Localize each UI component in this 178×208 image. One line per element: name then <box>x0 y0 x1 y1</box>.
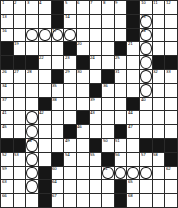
cell-r6c2[interactable]: 27 <box>14 70 27 84</box>
cell-r14c12[interactable] <box>140 180 153 194</box>
clue-number: 61 <box>103 167 108 171</box>
cell-r2c12[interactable]: 15 <box>140 15 153 29</box>
clue-number: 28 <box>27 70 32 74</box>
cell-r15c13[interactable] <box>153 194 166 208</box>
cell-r2c3[interactable] <box>26 15 39 29</box>
black-square-r5c1 <box>1 56 14 70</box>
cell-r4c3[interactable] <box>26 42 39 56</box>
clue-number: 15 <box>141 15 146 19</box>
clue-number: 55 <box>90 153 95 157</box>
clue-number: 3 <box>27 1 29 5</box>
black-square-r11c13 <box>153 139 166 153</box>
clue-number: 13 <box>2 15 7 19</box>
cell-r7c12[interactable] <box>140 84 153 98</box>
clue-number: 67 <box>52 194 57 198</box>
clue-number: 45 <box>2 125 7 129</box>
cell-r2c7[interactable] <box>77 15 90 29</box>
clue-number: 33 <box>166 70 171 74</box>
cell-r9c1[interactable]: 41 <box>1 111 14 125</box>
clue-number: 57 <box>141 153 146 157</box>
cell-r7c9[interactable]: 36 <box>102 84 115 98</box>
cell-r14c14[interactable] <box>165 180 178 194</box>
black-square-r4c1 <box>1 42 14 56</box>
cell-r15c3[interactable] <box>26 194 39 208</box>
cell-r7c6[interactable] <box>64 84 77 98</box>
cell-r12c4[interactable] <box>39 153 52 167</box>
clue-number: 5 <box>65 1 67 5</box>
cell-r5c11[interactable] <box>127 56 140 70</box>
black-square-r2c5 <box>52 15 65 29</box>
black-square-r1c5 <box>52 1 65 15</box>
cell-r10c4[interactable] <box>39 125 52 139</box>
cell-r1c3[interactable]: 3 <box>26 1 39 15</box>
crossword-grid: 1234567891011121314151617181920212223242… <box>0 0 178 208</box>
black-square-r11c12 <box>140 139 153 153</box>
cell-r8c1[interactable]: 37 <box>1 98 14 112</box>
cell-r9c4[interactable]: 42 <box>39 111 52 125</box>
black-square-r10c10 <box>115 125 128 139</box>
clue-number: 32 <box>153 70 158 74</box>
cell-r10c8[interactable] <box>90 125 103 139</box>
cell-r13c11[interactable] <box>127 167 140 181</box>
clue-number: 2 <box>14 1 16 5</box>
cell-r6c10[interactable]: 31 <box>115 70 128 84</box>
cell-r7c13[interactable] <box>153 84 166 98</box>
cell-r1c6[interactable]: 5 <box>64 1 77 15</box>
cell-r10c13[interactable] <box>153 125 166 139</box>
cell-r6c7[interactable]: 30 <box>77 70 90 84</box>
cell-r13c5[interactable]: 60 <box>52 167 65 181</box>
clue-number: 18 <box>141 29 146 33</box>
circled-letter-ring <box>26 125 38 138</box>
clue-number: 31 <box>115 70 120 74</box>
cell-r1c7[interactable]: 6 <box>77 1 90 15</box>
black-square-r12c5 <box>52 153 65 167</box>
clue-number: 22 <box>39 56 44 60</box>
cell-r13c9[interactable]: 61 <box>102 167 115 181</box>
clue-number: 66 <box>2 194 7 198</box>
clue-number: 53 <box>14 153 19 157</box>
circled-letter-ring <box>115 167 127 180</box>
circled-letter-ring <box>140 70 152 83</box>
clue-number: 12 <box>166 1 171 5</box>
black-square-r14c10 <box>115 180 128 194</box>
cell-r7c11[interactable] <box>127 84 140 98</box>
clue-number: 63 <box>2 180 7 184</box>
cell-r6c8[interactable] <box>90 70 103 84</box>
circled-letter-ring <box>26 111 38 124</box>
black-square-r7c8 <box>90 84 103 98</box>
black-square-r2c11 <box>127 15 140 29</box>
cell-r12c1[interactable]: 52 <box>1 153 14 167</box>
black-square-r8c4 <box>39 98 52 112</box>
cell-r1c13[interactable]: 11 <box>153 1 166 15</box>
cell-r8c9[interactable] <box>102 98 115 112</box>
cell-r4c8[interactable] <box>90 42 103 56</box>
cell-r13c3[interactable] <box>26 167 39 181</box>
cell-r8c8[interactable]: 39 <box>90 98 103 112</box>
cell-r13c10[interactable] <box>115 167 128 181</box>
cell-r4c14[interactable] <box>165 42 178 56</box>
clue-number: 44 <box>128 111 133 115</box>
cell-r4c13[interactable] <box>153 42 166 56</box>
cell-r4c12[interactable] <box>140 42 153 56</box>
cell-r11c6[interactable]: 49 <box>64 139 77 153</box>
black-square-r5c3 <box>26 56 39 70</box>
black-square-r15c4 <box>39 194 52 208</box>
cell-r2c14[interactable] <box>165 15 178 29</box>
clue-number: 36 <box>103 84 108 88</box>
cell-r10c9[interactable] <box>102 125 115 139</box>
cell-r12c3[interactable] <box>26 153 39 167</box>
cell-r3c9[interactable] <box>102 29 115 43</box>
cell-r15c12[interactable] <box>140 194 153 208</box>
cell-r11c11[interactable] <box>127 139 140 153</box>
cell-r15c5[interactable]: 67 <box>52 194 65 208</box>
cell-r10c3[interactable] <box>26 125 39 139</box>
cell-r13c6[interactable] <box>64 167 77 181</box>
cell-r8c2[interactable] <box>14 98 27 112</box>
black-square-r14c4 <box>39 180 52 194</box>
clue-number: 42 <box>39 111 44 115</box>
cell-r5c6[interactable]: 23 <box>64 56 77 70</box>
circled-letter-ring <box>64 29 76 42</box>
cell-r3c2[interactable] <box>14 29 27 43</box>
cell-r15c11[interactable]: 68 <box>127 194 140 208</box>
clue-number: 39 <box>90 98 95 102</box>
cell-r4c2[interactable]: 19 <box>14 42 27 56</box>
clue-number: 51 <box>115 139 120 143</box>
clue-number: 4 <box>39 1 41 5</box>
circled-letter-ring <box>140 167 152 180</box>
cell-r7c4[interactable] <box>39 84 52 98</box>
cell-r9c5[interactable] <box>52 111 65 125</box>
cell-r13c12[interactable] <box>140 167 153 181</box>
cell-r9c3[interactable] <box>26 111 39 125</box>
cell-r9c2[interactable] <box>14 111 27 125</box>
cell-r3c13[interactable] <box>153 29 166 43</box>
cell-r5c12[interactable] <box>140 56 153 70</box>
cell-r7c5[interactable]: 35 <box>52 84 65 98</box>
clue-number: 52 <box>2 153 7 157</box>
clue-number: 17 <box>52 29 57 33</box>
cell-r5c10[interactable]: 25 <box>115 56 128 70</box>
cell-r12c13[interactable]: 58 <box>153 153 166 167</box>
cell-r15c1[interactable]: 66 <box>1 194 14 208</box>
cell-r7c3[interactable] <box>26 84 39 98</box>
cell-r14c5[interactable]: 64 <box>52 180 65 194</box>
circled-letter-ring <box>140 84 152 97</box>
clue-number: 25 <box>115 56 120 60</box>
clue-number: 37 <box>2 98 7 102</box>
cell-r5c4[interactable]: 22 <box>39 56 52 70</box>
cell-r6c13[interactable]: 32 <box>153 70 166 84</box>
cell-r3c5[interactable]: 17 <box>52 29 65 43</box>
cell-r2c2[interactable] <box>14 15 27 29</box>
cell-r5c9[interactable] <box>102 56 115 70</box>
cell-r1c1[interactable]: 1 <box>1 1 14 15</box>
cell-r7c10[interactable] <box>115 84 128 98</box>
cell-r2c8[interactable] <box>90 15 103 29</box>
cell-r9c14[interactable] <box>165 111 178 125</box>
cell-r3c1[interactable]: 16 <box>1 29 14 43</box>
cell-r4c4[interactable] <box>39 42 52 56</box>
black-square-r5c13 <box>153 56 166 70</box>
cell-r11c4[interactable] <box>39 139 52 153</box>
circled-letter-ring <box>26 167 38 180</box>
cell-r14c6[interactable] <box>64 180 77 194</box>
cell-r12c6[interactable]: 54 <box>64 153 77 167</box>
cell-r1c14[interactable]: 12 <box>165 1 178 15</box>
cell-r10c12[interactable] <box>140 125 153 139</box>
clue-number: 20 <box>77 42 82 46</box>
cell-r10c7[interactable]: 46 <box>77 125 90 139</box>
cell-r3c3[interactable] <box>26 29 39 43</box>
black-square-r4c6 <box>64 42 77 56</box>
cell-r4c11[interactable]: 21 <box>127 42 140 56</box>
black-square-r12c14 <box>165 153 178 167</box>
cell-r10c1[interactable]: 45 <box>1 125 14 139</box>
cell-r1c4[interactable]: 4 <box>39 1 52 15</box>
black-square-r3c11 <box>127 29 140 43</box>
clue-number: 40 <box>141 98 146 102</box>
circled-letter-ring <box>26 180 38 193</box>
cell-r6c4[interactable] <box>39 70 52 84</box>
cell-r13c13[interactable] <box>153 167 166 181</box>
cell-r11c3[interactable]: 48 <box>26 139 39 153</box>
black-square-r13c4 <box>39 167 52 181</box>
cell-r13c14[interactable]: 62 <box>165 167 178 181</box>
cell-r7c1[interactable]: 34 <box>1 84 14 98</box>
black-square-r10c6 <box>64 125 77 139</box>
clue-number: 19 <box>14 42 19 46</box>
cell-r15c7[interactable] <box>77 194 90 208</box>
cell-r11c7[interactable] <box>77 139 90 153</box>
cell-r10c11[interactable]: 47 <box>127 125 140 139</box>
cell-r12c12[interactable]: 57 <box>140 153 153 167</box>
cell-r5c5[interactable] <box>52 56 65 70</box>
clue-number: 46 <box>77 125 82 129</box>
cell-r8c5[interactable]: 38 <box>52 98 65 112</box>
clue-number: 60 <box>52 167 57 171</box>
clue-number: 21 <box>128 42 133 46</box>
cell-r6c6[interactable]: 29 <box>64 70 77 84</box>
cell-r14c7[interactable] <box>77 180 90 194</box>
cell-r2c1[interactable]: 13 <box>1 15 14 29</box>
cell-r4c9[interactable] <box>102 42 115 56</box>
cell-r2c4[interactable] <box>39 15 52 29</box>
cell-r6c12[interactable] <box>140 70 153 84</box>
cell-r2c9[interactable] <box>102 15 115 29</box>
cell-r15c9[interactable] <box>102 194 115 208</box>
clue-number: 41 <box>2 111 7 115</box>
clue-number: 47 <box>128 125 133 129</box>
cell-r12c7[interactable] <box>77 153 90 167</box>
cell-r3c7[interactable] <box>77 29 90 43</box>
cell-r4c7[interactable]: 20 <box>77 42 90 56</box>
cell-r8c3[interactable] <box>26 98 39 112</box>
circled-letter-ring <box>127 167 139 180</box>
cell-r6c11[interactable] <box>127 70 140 84</box>
cell-r10c2[interactable] <box>14 125 27 139</box>
cell-r11c10[interactable]: 51 <box>115 139 128 153</box>
clue-number: 59 <box>2 167 7 171</box>
cell-r13c1[interactable]: 59 <box>1 167 14 181</box>
cell-r10c5[interactable] <box>52 125 65 139</box>
cell-r11c9[interactable]: 50 <box>102 139 115 153</box>
cell-r1c10[interactable]: 9 <box>115 1 128 15</box>
clue-number: 48 <box>27 139 32 143</box>
clue-number: 26 <box>2 70 7 74</box>
cell-r6c1[interactable]: 26 <box>1 70 14 84</box>
clue-number: 35 <box>52 84 57 88</box>
cell-r13c2[interactable] <box>14 167 27 181</box>
cell-r7c14[interactable] <box>165 84 178 98</box>
black-square-r9c7 <box>77 111 90 125</box>
cell-r14c1[interactable]: 63 <box>1 180 14 194</box>
clue-number: 54 <box>65 153 70 157</box>
cell-r2c6[interactable]: 14 <box>64 15 77 29</box>
clue-number: 8 <box>103 1 105 5</box>
cell-r2c10[interactable] <box>115 15 128 29</box>
cell-r3c12[interactable]: 18 <box>140 29 153 43</box>
circled-letter-ring <box>140 42 152 55</box>
cell-r5c8[interactable]: 24 <box>90 56 103 70</box>
cell-r9c12[interactable] <box>140 111 153 125</box>
clue-number: 11 <box>153 1 158 5</box>
clue-number: 30 <box>77 70 82 74</box>
cell-r8c14[interactable] <box>165 98 178 112</box>
clue-number: 49 <box>65 139 70 143</box>
clue-number: 23 <box>65 56 70 60</box>
cell-r10c14[interactable] <box>165 125 178 139</box>
clue-number: 24 <box>90 56 95 60</box>
clue-number: 43 <box>90 111 95 115</box>
circled-letter-ring <box>26 153 38 166</box>
clue-number: 50 <box>103 139 108 143</box>
black-square-r15c10 <box>115 194 128 208</box>
cell-r8c10[interactable] <box>115 98 128 112</box>
cell-r9c13[interactable] <box>153 111 166 125</box>
black-square-r11c14 <box>165 139 178 153</box>
black-square-r11c1 <box>1 139 14 153</box>
clue-number: 14 <box>65 15 70 19</box>
clue-number: 58 <box>153 153 158 157</box>
cell-r9c9[interactable] <box>102 111 115 125</box>
clue-number: 9 <box>115 1 117 5</box>
cell-r6c14[interactable]: 33 <box>165 70 178 84</box>
cell-r15c14[interactable] <box>165 194 178 208</box>
cell-r15c2[interactable] <box>14 194 27 208</box>
black-square-r6c9 <box>102 70 115 84</box>
cell-r14c2[interactable] <box>14 180 27 194</box>
circled-letter-ring <box>39 29 51 42</box>
clue-number: 68 <box>128 194 133 198</box>
clue-number: 65 <box>128 180 133 184</box>
cell-r9c11[interactable]: 44 <box>127 111 140 125</box>
cell-r14c13[interactable] <box>153 180 166 194</box>
black-square-r6c5 <box>52 70 65 84</box>
clue-number: 10 <box>141 1 146 5</box>
cell-r2c13[interactable] <box>153 15 166 29</box>
clue-number: 38 <box>52 98 57 102</box>
cell-r3c4[interactable] <box>39 29 52 43</box>
black-square-r1c11 <box>127 1 140 15</box>
cell-r14c11[interactable]: 65 <box>127 180 140 194</box>
cell-r9c10[interactable] <box>115 111 128 125</box>
cell-r1c12[interactable]: 10 <box>140 1 153 15</box>
cell-r1c9[interactable]: 8 <box>102 1 115 15</box>
cell-r1c2[interactable]: 2 <box>14 1 27 15</box>
black-square-r11c2 <box>14 139 27 153</box>
cell-r3c14[interactable] <box>165 29 178 43</box>
cell-r15c8[interactable] <box>90 194 103 208</box>
clue-number: 1 <box>2 1 4 5</box>
cell-r4c5[interactable] <box>52 42 65 56</box>
cell-r7c2[interactable] <box>14 84 27 98</box>
cell-r8c6[interactable] <box>64 98 77 112</box>
black-square-r12c9 <box>102 153 115 167</box>
black-square-r4c10 <box>115 42 128 56</box>
cell-r12c2[interactable]: 53 <box>14 153 27 167</box>
clue-number: 62 <box>166 167 171 171</box>
cell-r12c8[interactable]: 55 <box>90 153 103 167</box>
cell-r9c6[interactable] <box>64 111 77 125</box>
clue-number: 7 <box>90 1 92 5</box>
cell-r8c7[interactable] <box>77 98 90 112</box>
cell-r8c13[interactable] <box>153 98 166 112</box>
clue-number: 34 <box>2 84 7 88</box>
cell-r8c12[interactable]: 40 <box>140 98 153 112</box>
clue-number: 29 <box>65 70 70 74</box>
cell-r9c8[interactable]: 43 <box>90 111 103 125</box>
cell-r15c6[interactable] <box>64 194 77 208</box>
cell-r3c8[interactable] <box>90 29 103 43</box>
cell-r14c8[interactable] <box>90 180 103 194</box>
cell-r13c8[interactable] <box>90 167 103 181</box>
clue-number: 6 <box>77 1 79 5</box>
cell-r14c9[interactable] <box>102 180 115 194</box>
cell-r6c3[interactable]: 28 <box>26 70 39 84</box>
black-square-r5c7 <box>77 56 90 70</box>
black-square-r8c11 <box>127 98 140 112</box>
clue-number: 64 <box>52 180 57 184</box>
cell-r12c11[interactable] <box>127 153 140 167</box>
cell-r13c7[interactable] <box>77 167 90 181</box>
cell-r11c5[interactable] <box>52 139 65 153</box>
black-square-r5c2 <box>14 56 27 70</box>
cell-r1c8[interactable]: 7 <box>90 1 103 15</box>
black-square-r5c14 <box>165 56 178 70</box>
clue-number: 56 <box>115 153 120 157</box>
cell-r3c6[interactable] <box>64 29 77 43</box>
cell-r14c3[interactable] <box>26 180 39 194</box>
circled-letter-ring <box>26 29 38 42</box>
cell-r7c7[interactable] <box>77 84 90 98</box>
black-square-r11c8 <box>90 139 103 153</box>
clue-number: 16 <box>2 29 7 33</box>
cell-r12c10[interactable]: 56 <box>115 153 128 167</box>
circled-letter-ring <box>140 56 152 69</box>
cell-r3c10[interactable] <box>115 29 128 43</box>
clue-number: 27 <box>14 70 19 74</box>
